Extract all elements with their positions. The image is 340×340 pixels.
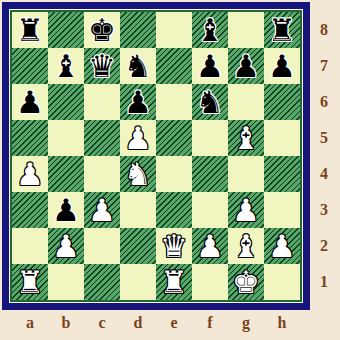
square-a3[interactable] <box>12 192 48 228</box>
white-pawn[interactable]: ♟ <box>16 156 44 192</box>
square-f7[interactable]: ♟ <box>192 48 228 84</box>
square-h4[interactable] <box>264 156 300 192</box>
square-h2[interactable]: ♟ <box>264 228 300 264</box>
square-c2[interactable] <box>84 228 120 264</box>
file-label-a: a <box>12 309 48 337</box>
square-c3[interactable]: ♟ <box>84 192 120 228</box>
square-d4[interactable]: ♞ <box>120 156 156 192</box>
square-h1[interactable] <box>264 264 300 300</box>
square-a5[interactable] <box>12 120 48 156</box>
square-h3[interactable] <box>264 192 300 228</box>
white-rook[interactable]: ♜ <box>160 264 188 300</box>
square-a6[interactable]: ♟ <box>12 84 48 120</box>
square-d8[interactable] <box>120 12 156 48</box>
square-d7[interactable]: ♞ <box>120 48 156 84</box>
square-f8[interactable]: ♝ <box>192 12 228 48</box>
black-rook[interactable]: ♜ <box>16 12 44 48</box>
square-e4[interactable] <box>156 156 192 192</box>
square-b8[interactable] <box>48 12 84 48</box>
white-pawn[interactable]: ♟ <box>124 120 152 156</box>
black-pawn[interactable]: ♟ <box>232 48 260 84</box>
square-d3[interactable] <box>120 192 156 228</box>
file-labels: abcdefgh <box>12 309 300 337</box>
square-f5[interactable] <box>192 120 228 156</box>
board-frame-highlight: ♜♚♝♜♝♛♞♟♟♟♟♟♞♟♝♟♞♟♟♟♟♛♟♝♟♜♜♚ <box>9 9 303 303</box>
file-label-e: e <box>156 309 192 337</box>
square-a4[interactable]: ♟ <box>12 156 48 192</box>
square-g2[interactable]: ♝ <box>228 228 264 264</box>
square-f6[interactable]: ♞ <box>192 84 228 120</box>
square-a2[interactable] <box>12 228 48 264</box>
black-pawn[interactable]: ♟ <box>196 48 224 84</box>
board-frame-green-line: ♜♚♝♜♝♛♞♟♟♟♟♟♞♟♝♟♞♟♟♟♟♛♟♝♟♜♜♚ <box>10 10 302 302</box>
white-pawn[interactable]: ♟ <box>232 192 260 228</box>
square-b6[interactable] <box>48 84 84 120</box>
black-knight[interactable]: ♞ <box>196 84 224 120</box>
square-f1[interactable] <box>192 264 228 300</box>
rank-label-2: 2 <box>310 228 338 264</box>
black-bishop[interactable]: ♝ <box>52 48 80 84</box>
square-e2[interactable]: ♛ <box>156 228 192 264</box>
square-g7[interactable]: ♟ <box>228 48 264 84</box>
black-knight[interactable]: ♞ <box>124 48 152 84</box>
file-label-d: d <box>120 309 156 337</box>
board-grid: ♜♚♝♜♝♛♞♟♟♟♟♟♞♟♝♟♞♟♟♟♟♛♟♝♟♜♜♚ <box>12 12 300 300</box>
rank-label-8: 8 <box>310 12 338 48</box>
square-c8[interactable]: ♚ <box>84 12 120 48</box>
white-knight[interactable]: ♞ <box>124 156 152 192</box>
white-rook[interactable]: ♜ <box>16 264 44 300</box>
square-g8[interactable] <box>228 12 264 48</box>
rank-label-3: 3 <box>310 192 338 228</box>
square-e3[interactable] <box>156 192 192 228</box>
black-pawn[interactable]: ♟ <box>16 84 44 120</box>
rank-label-4: 4 <box>310 156 338 192</box>
square-d6[interactable]: ♟ <box>120 84 156 120</box>
square-c4[interactable] <box>84 156 120 192</box>
white-bishop[interactable]: ♝ <box>232 228 260 264</box>
square-e6[interactable] <box>156 84 192 120</box>
file-label-g: g <box>228 309 264 337</box>
square-a8[interactable]: ♜ <box>12 12 48 48</box>
square-f4[interactable] <box>192 156 228 192</box>
white-pawn[interactable]: ♟ <box>196 228 224 264</box>
square-c6[interactable] <box>84 84 120 120</box>
black-queen[interactable]: ♛ <box>88 48 116 84</box>
square-b4[interactable] <box>48 156 84 192</box>
square-c7[interactable]: ♛ <box>84 48 120 84</box>
square-h6[interactable] <box>264 84 300 120</box>
black-king[interactable]: ♚ <box>88 12 116 48</box>
white-pawn[interactable]: ♟ <box>88 192 116 228</box>
square-g1[interactable]: ♚ <box>228 264 264 300</box>
rank-label-7: 7 <box>310 48 338 84</box>
black-bishop[interactable]: ♝ <box>196 12 224 48</box>
square-b5[interactable] <box>48 120 84 156</box>
square-g5[interactable]: ♝ <box>228 120 264 156</box>
square-a1[interactable]: ♜ <box>12 264 48 300</box>
black-pawn[interactable]: ♟ <box>52 192 80 228</box>
square-g6[interactable] <box>228 84 264 120</box>
white-pawn[interactable]: ♟ <box>52 228 80 264</box>
black-rook[interactable]: ♜ <box>268 12 296 48</box>
square-b1[interactable] <box>48 264 84 300</box>
board-frame: ♜♚♝♜♝♛♞♟♟♟♟♟♞♟♝♟♞♟♟♟♟♛♟♝♟♜♜♚ <box>2 2 310 310</box>
white-king[interactable]: ♚ <box>232 264 260 300</box>
square-d1[interactable] <box>120 264 156 300</box>
square-h7[interactable]: ♟ <box>264 48 300 84</box>
file-label-c: c <box>84 309 120 337</box>
square-h5[interactable] <box>264 120 300 156</box>
file-label-h: h <box>264 309 300 337</box>
white-pawn[interactable]: ♟ <box>268 228 296 264</box>
square-g4[interactable] <box>228 156 264 192</box>
square-g3[interactable]: ♟ <box>228 192 264 228</box>
square-h8[interactable]: ♜ <box>264 12 300 48</box>
rank-labels: 87654321 <box>310 12 338 300</box>
square-b7[interactable]: ♝ <box>48 48 84 84</box>
square-f3[interactable] <box>192 192 228 228</box>
square-f2[interactable]: ♟ <box>192 228 228 264</box>
square-b2[interactable]: ♟ <box>48 228 84 264</box>
file-label-b: b <box>48 309 84 337</box>
square-d5[interactable]: ♟ <box>120 120 156 156</box>
square-e1[interactable]: ♜ <box>156 264 192 300</box>
black-pawn[interactable]: ♟ <box>268 48 296 84</box>
rank-label-1: 1 <box>310 264 338 300</box>
white-bishop[interactable]: ♝ <box>232 120 260 156</box>
square-e8[interactable] <box>156 12 192 48</box>
square-c1[interactable] <box>84 264 120 300</box>
rank-label-6: 6 <box>310 84 338 120</box>
square-e5[interactable] <box>156 120 192 156</box>
square-e7[interactable] <box>156 48 192 84</box>
white-queen[interactable]: ♛ <box>160 228 188 264</box>
black-pawn[interactable]: ♟ <box>124 84 152 120</box>
rank-label-5: 5 <box>310 120 338 156</box>
square-d2[interactable] <box>120 228 156 264</box>
square-a7[interactable] <box>12 48 48 84</box>
square-c5[interactable] <box>84 120 120 156</box>
square-b3[interactable]: ♟ <box>48 192 84 228</box>
file-label-f: f <box>192 309 228 337</box>
